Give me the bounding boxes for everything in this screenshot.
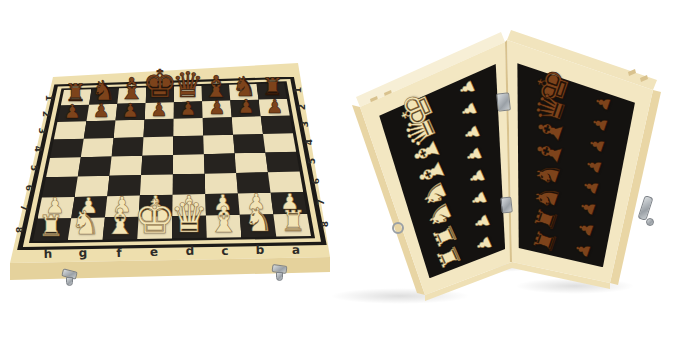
rank-label-left-2: 2	[41, 111, 51, 117]
piece-dark-pawn-b2: ♟	[237, 97, 254, 116]
rank-label-right-1: 1	[293, 87, 303, 93]
square-b3	[232, 116, 263, 134]
square-c5	[204, 153, 236, 173]
eyelet-icon	[392, 222, 404, 234]
latch-knob-icon	[646, 218, 654, 226]
rank-label-right-4: 4	[304, 139, 314, 145]
square-d3	[173, 118, 203, 136]
square-h3	[54, 121, 87, 139]
piece-light-rook-h8: ♜	[38, 212, 64, 241]
rank-label-right-6: 6	[311, 178, 321, 184]
rank-label-right-5: 5	[307, 158, 317, 164]
square-h5	[46, 157, 81, 177]
file-label-a: a	[291, 243, 299, 257]
piece-light-knight-b8: ♞	[244, 204, 273, 237]
board-photo: hgfedcba1122334455667788♜♞♝♚♛♝♞♜♟♟♟♟♟♟♟♟…	[0, 0, 340, 340]
square-c3	[203, 117, 233, 135]
square-h4	[50, 139, 84, 158]
square-f5	[109, 156, 142, 176]
rank-label-left-1: 1	[44, 95, 54, 101]
square-b4	[233, 134, 265, 153]
square-e5	[141, 155, 173, 175]
file-label-f: f	[116, 246, 122, 260]
piece-dark-pawn-e2: ♟	[151, 100, 168, 119]
file-label-g: g	[79, 246, 88, 260]
rank-label-left-6: 6	[24, 185, 34, 191]
square-f3	[114, 120, 145, 138]
square-d4	[173, 136, 204, 155]
rank-label-left-8: 8	[14, 227, 24, 233]
rank-label-left-7: 7	[19, 205, 29, 211]
file-label-b: b	[256, 243, 265, 257]
piece-dark-pawn-c2: ♟	[208, 98, 225, 117]
storage-box-photo: ♚♛♝♝♞♞♜♜♟♟♟♟♟♟♟♟♚♛♝♝♞♞♜♜♟♟♟♟♟♟♟♟	[340, 0, 680, 340]
file-label-e: e	[150, 245, 159, 259]
file-label-c: c	[221, 244, 228, 258]
piece-light-knight-g8: ♞	[71, 207, 100, 240]
clasp-hook-icon	[276, 272, 283, 281]
square-a3	[261, 116, 293, 134]
piece-light-queen-d8: ♛	[170, 197, 208, 239]
piece-light-rook-a8: ♜	[280, 207, 306, 236]
square-g5	[78, 156, 112, 176]
piece-dark-pawn-a2: ♟	[266, 96, 283, 115]
piece-light-bishop-c8: ♝	[208, 202, 240, 238]
square-c4	[203, 135, 234, 154]
rank-label-right-7: 7	[316, 199, 326, 205]
piece-dark-pawn-d2: ♟	[180, 99, 197, 118]
square-g3	[84, 120, 116, 138]
piece-dark-pawn-h2: ♟	[64, 102, 81, 121]
square-g4	[81, 138, 114, 157]
file-label-h: h	[44, 247, 53, 261]
file-label-d: d	[185, 244, 194, 258]
rank-label-right-2: 2	[297, 103, 307, 109]
product-photo-chess-set: { "game": "chess", "position": { "fen": …	[0, 0, 680, 340]
hinge-bottom-icon	[500, 196, 513, 213]
latch-icon	[638, 195, 654, 221]
rank-label-left-5: 5	[29, 165, 39, 171]
square-a4	[263, 133, 296, 152]
rank-label-right-3: 3	[300, 121, 310, 127]
rank-label-left-4: 4	[33, 146, 43, 152]
piece-dark-pawn-g2: ♟	[93, 101, 110, 120]
square-e3	[143, 119, 173, 137]
rank-label-left-3: 3	[37, 128, 47, 134]
square-a5	[265, 152, 299, 172]
piece-dark-pawn-f2: ♟	[122, 101, 139, 120]
piece-light-bishop-f8: ♝	[104, 204, 136, 240]
hinge-top-icon	[496, 92, 511, 111]
clasp-hook-icon	[66, 277, 73, 286]
rank-label-right-8: 8	[320, 221, 330, 227]
square-b5	[235, 153, 268, 173]
square-d5	[173, 154, 205, 174]
square-f4	[112, 137, 144, 156]
square-e4	[142, 136, 173, 155]
